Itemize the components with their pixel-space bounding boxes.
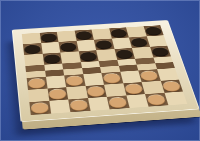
photo-background: ●●●●●●●●●●●●●●●●●●●●●●●● xyxy=(0,0,200,141)
dark-piece[interactable]: ● xyxy=(74,29,93,40)
light-piece[interactable]: ● xyxy=(85,84,106,97)
square-r8c8[interactable] xyxy=(164,92,187,106)
dark-piece[interactable]: ● xyxy=(143,25,163,36)
board-grid: ●●●●●●●●●●●●●●●●●●●●●●●● xyxy=(22,25,187,115)
dark-piece[interactable]: ● xyxy=(58,40,78,52)
dark-piece[interactable]: ● xyxy=(42,52,62,64)
square-r8c2[interactable] xyxy=(49,99,71,113)
dark-piece[interactable]: ● xyxy=(78,49,98,61)
dark-piece[interactable]: ● xyxy=(149,45,170,57)
light-piece[interactable]: ● xyxy=(47,86,68,100)
square-r8c1[interactable]: ● xyxy=(29,101,50,115)
dark-piece[interactable]: ● xyxy=(23,42,42,54)
light-piece[interactable]: ● xyxy=(27,76,47,89)
light-piece[interactable]: ● xyxy=(64,73,85,86)
dark-piece[interactable]: ● xyxy=(39,31,58,42)
light-piece[interactable]: ● xyxy=(160,79,182,92)
checkers-board: ●●●●●●●●●●●●●●●●●●●●●●●● xyxy=(12,20,200,122)
light-piece[interactable]: ● xyxy=(29,100,50,114)
square-r8c3[interactable]: ● xyxy=(68,98,90,112)
light-piece[interactable]: ● xyxy=(68,97,90,111)
